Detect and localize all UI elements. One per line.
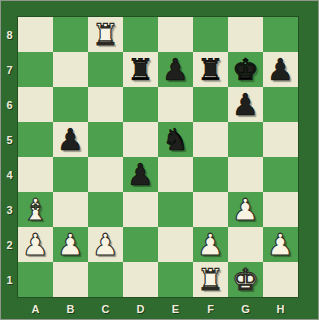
square-c3[interactable]: [88, 192, 123, 227]
square-d6[interactable]: [123, 87, 158, 122]
black-pawn[interactable]: ♟: [57, 122, 84, 157]
rank-label-5: 5: [1, 122, 18, 157]
square-d7[interactable]: ♜: [123, 52, 158, 87]
square-g6[interactable]: ♟: [228, 87, 263, 122]
square-e7[interactable]: ♟: [158, 52, 193, 87]
square-c7[interactable]: [88, 52, 123, 87]
rank-label-7: 7: [1, 52, 18, 87]
rank-label-2: 2: [1, 227, 18, 262]
square-f1[interactable]: ♜: [193, 262, 228, 297]
square-c5[interactable]: [88, 122, 123, 157]
square-h2[interactable]: ♟: [263, 227, 298, 262]
white-pawn[interactable]: ♟: [267, 227, 294, 262]
square-d1[interactable]: [123, 262, 158, 297]
square-g8[interactable]: [228, 17, 263, 52]
rank-label-1: 1: [1, 262, 18, 297]
white-bishop[interactable]: ♝: [22, 192, 49, 227]
square-b6[interactable]: [53, 87, 88, 122]
square-e3[interactable]: [158, 192, 193, 227]
square-a3[interactable]: ♝: [18, 192, 53, 227]
black-pawn[interactable]: ♟: [127, 157, 154, 192]
square-h6[interactable]: [263, 87, 298, 122]
square-f2[interactable]: ♟: [193, 227, 228, 262]
square-g5[interactable]: [228, 122, 263, 157]
white-king[interactable]: ♚: [232, 262, 259, 297]
square-g7[interactable]: ♚: [228, 52, 263, 87]
file-label-c: C: [88, 297, 123, 320]
black-pawn[interactable]: ♟: [162, 52, 189, 87]
file-label-h: H: [263, 297, 298, 320]
white-pawn[interactable]: ♟: [232, 192, 259, 227]
square-h8[interactable]: [263, 17, 298, 52]
square-h7[interactable]: ♟: [263, 52, 298, 87]
square-f6[interactable]: [193, 87, 228, 122]
square-h5[interactable]: [263, 122, 298, 157]
white-pawn[interactable]: ♟: [92, 227, 119, 262]
square-e4[interactable]: [158, 157, 193, 192]
square-d3[interactable]: [123, 192, 158, 227]
file-label-a: A: [18, 297, 53, 320]
square-a4[interactable]: [18, 157, 53, 192]
square-c6[interactable]: [88, 87, 123, 122]
square-d5[interactable]: [123, 122, 158, 157]
square-f5[interactable]: [193, 122, 228, 157]
white-pawn[interactable]: ♟: [22, 227, 49, 262]
square-e6[interactable]: [158, 87, 193, 122]
rank-label-6: 6: [1, 87, 18, 122]
square-c1[interactable]: [88, 262, 123, 297]
black-rook[interactable]: ♜: [127, 52, 154, 87]
square-a1[interactable]: [18, 262, 53, 297]
black-king[interactable]: ♚: [232, 52, 259, 87]
square-a7[interactable]: [18, 52, 53, 87]
black-pawn[interactable]: ♟: [267, 52, 294, 87]
square-b4[interactable]: [53, 157, 88, 192]
file-label-d: D: [123, 297, 158, 320]
square-d2[interactable]: [123, 227, 158, 262]
square-f7[interactable]: ♜: [193, 52, 228, 87]
file-label-f: F: [193, 297, 228, 320]
chess-board: ♜♜♟♜♚♟♟♟♞♟♝♟♟♟♟♟♟♜♚: [18, 17, 298, 297]
square-e2[interactable]: [158, 227, 193, 262]
square-b7[interactable]: [53, 52, 88, 87]
square-g1[interactable]: ♚: [228, 262, 263, 297]
square-h1[interactable]: [263, 262, 298, 297]
square-g3[interactable]: ♟: [228, 192, 263, 227]
white-pawn[interactable]: ♟: [197, 227, 224, 262]
square-a6[interactable]: [18, 87, 53, 122]
square-d8[interactable]: [123, 17, 158, 52]
file-label-g: G: [228, 297, 263, 320]
square-c4[interactable]: [88, 157, 123, 192]
black-knight[interactable]: ♞: [162, 122, 189, 157]
square-a5[interactable]: [18, 122, 53, 157]
square-e8[interactable]: [158, 17, 193, 52]
file-label-b: B: [53, 297, 88, 320]
rank-labels: 87654321: [1, 17, 18, 297]
square-h4[interactable]: [263, 157, 298, 192]
square-b5[interactable]: ♟: [53, 122, 88, 157]
square-g2[interactable]: [228, 227, 263, 262]
rank-label-3: 3: [1, 192, 18, 227]
square-c8[interactable]: ♜: [88, 17, 123, 52]
square-g4[interactable]: [228, 157, 263, 192]
rank-label-8: 8: [1, 17, 18, 52]
square-b2[interactable]: ♟: [53, 227, 88, 262]
square-f3[interactable]: [193, 192, 228, 227]
square-b1[interactable]: [53, 262, 88, 297]
black-pawn[interactable]: ♟: [232, 87, 259, 122]
rank-label-4: 4: [1, 157, 18, 192]
square-d4[interactable]: ♟: [123, 157, 158, 192]
chess-board-frame: 87654321 ♜♜♟♜♚♟♟♟♞♟♝♟♟♟♟♟♟♜♚ ABCDEFGH: [0, 0, 319, 320]
square-c2[interactable]: ♟: [88, 227, 123, 262]
file-labels: ABCDEFGH: [18, 297, 298, 320]
file-label-e: E: [158, 297, 193, 320]
square-a8[interactable]: [18, 17, 53, 52]
square-a2[interactable]: ♟: [18, 227, 53, 262]
white-rook[interactable]: ♜: [197, 262, 224, 297]
white-rook[interactable]: ♜: [92, 17, 119, 52]
square-b3[interactable]: [53, 192, 88, 227]
square-e5[interactable]: ♞: [158, 122, 193, 157]
square-b8[interactable]: [53, 17, 88, 52]
black-rook[interactable]: ♜: [197, 52, 224, 87]
square-f4[interactable]: [193, 157, 228, 192]
square-e1[interactable]: [158, 262, 193, 297]
square-f8[interactable]: [193, 17, 228, 52]
white-pawn[interactable]: ♟: [57, 227, 84, 262]
square-h3[interactable]: [263, 192, 298, 227]
